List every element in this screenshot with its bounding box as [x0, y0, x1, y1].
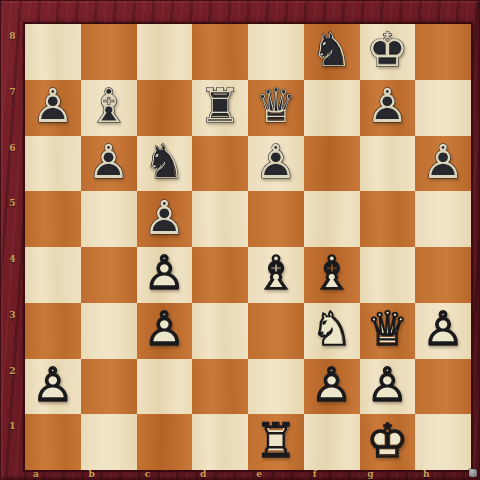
- file-label-e: e: [248, 469, 270, 479]
- square-e3[interactable]: [248, 303, 304, 359]
- square-h2[interactable]: [415, 359, 471, 415]
- square-d7[interactable]: ♜♖: [192, 80, 248, 136]
- square-g7[interactable]: ♟♙: [360, 80, 416, 136]
- square-h6[interactable]: ♟♙: [415, 136, 471, 192]
- square-b2[interactable]: [81, 359, 137, 415]
- white-bishop[interactable]: ♝♗: [248, 247, 304, 303]
- square-b5[interactable]: [81, 191, 137, 247]
- square-f7[interactable]: [304, 80, 360, 136]
- square-c8[interactable]: [137, 24, 193, 80]
- black-rook[interactable]: ♜♖: [192, 80, 248, 136]
- black-pawn[interactable]: ♟♙: [248, 136, 304, 192]
- square-e5[interactable]: [248, 191, 304, 247]
- rank-label-2: 2: [0, 366, 25, 376]
- black-knight[interactable]: ♞♘: [137, 136, 193, 192]
- black-pawn[interactable]: ♟♙: [81, 136, 137, 192]
- white-pawn[interactable]: ♟♙: [137, 303, 193, 359]
- square-e6[interactable]: ♟♙: [248, 136, 304, 192]
- black-pawn[interactable]: ♟♙: [415, 136, 471, 192]
- white-pawn[interactable]: ♟♙: [360, 359, 416, 415]
- square-f4[interactable]: ♝♗: [304, 247, 360, 303]
- white-bishop[interactable]: ♝♗: [304, 247, 360, 303]
- square-e8[interactable]: [248, 24, 304, 80]
- square-b8[interactable]: [81, 24, 137, 80]
- square-d1[interactable]: [192, 414, 248, 470]
- square-d8[interactable]: [192, 24, 248, 80]
- white-knight[interactable]: ♞♘: [304, 303, 360, 359]
- square-d3[interactable]: [192, 303, 248, 359]
- square-g2[interactable]: ♟♙: [360, 359, 416, 415]
- file-label-h: h: [415, 469, 437, 479]
- square-a7[interactable]: ♟♙: [25, 80, 81, 136]
- square-f3[interactable]: ♞♘: [304, 303, 360, 359]
- square-h1[interactable]: [415, 414, 471, 470]
- black-pawn[interactable]: ♟♙: [25, 80, 81, 136]
- square-a1[interactable]: [25, 414, 81, 470]
- square-d6[interactable]: [192, 136, 248, 192]
- file-label-f: f: [304, 469, 326, 479]
- square-a3[interactable]: [25, 303, 81, 359]
- rank-label-4: 4: [0, 254, 25, 264]
- square-b6[interactable]: ♟♙: [81, 136, 137, 192]
- square-f5[interactable]: [304, 191, 360, 247]
- square-a6[interactable]: [25, 136, 81, 192]
- black-knight[interactable]: ♞♘: [304, 24, 360, 80]
- square-h5[interactable]: [415, 191, 471, 247]
- square-e7[interactable]: ♛♕: [248, 80, 304, 136]
- square-d5[interactable]: [192, 191, 248, 247]
- square-c4[interactable]: ♟♙: [137, 247, 193, 303]
- square-a4[interactable]: [25, 247, 81, 303]
- rank-label-5: 5: [0, 198, 25, 208]
- square-b1[interactable]: [81, 414, 137, 470]
- file-label-c: c: [137, 469, 159, 479]
- board-grid: ♞♘♚♔♟♙♝♗♜♖♛♕♟♙♟♙♞♘♟♙♟♙♟♙♟♙♝♗♝♗♟♙♞♘♛♕♟♙♟♙…: [25, 24, 471, 470]
- white-queen[interactable]: ♛♕: [360, 303, 416, 359]
- square-f1[interactable]: [304, 414, 360, 470]
- file-label-a: a: [25, 469, 47, 479]
- square-h4[interactable]: [415, 247, 471, 303]
- white-pawn[interactable]: ♟♙: [25, 359, 81, 415]
- white-pawn[interactable]: ♟♙: [137, 247, 193, 303]
- rank-label-3: 3: [0, 310, 25, 320]
- square-a5[interactable]: [25, 191, 81, 247]
- square-d4[interactable]: [192, 247, 248, 303]
- square-g4[interactable]: [360, 247, 416, 303]
- square-g5[interactable]: [360, 191, 416, 247]
- file-label-b: b: [81, 469, 103, 479]
- square-g1[interactable]: ♚♔: [360, 414, 416, 470]
- square-c3[interactable]: ♟♙: [137, 303, 193, 359]
- resize-handle-icon[interactable]: [469, 469, 477, 477]
- file-label-g: g: [360, 469, 382, 479]
- square-e1[interactable]: ♜♖: [248, 414, 304, 470]
- square-e2[interactable]: [248, 359, 304, 415]
- square-h7[interactable]: [415, 80, 471, 136]
- file-label-d: d: [192, 469, 214, 479]
- square-h8[interactable]: [415, 24, 471, 80]
- square-f6[interactable]: [304, 136, 360, 192]
- square-c2[interactable]: [137, 359, 193, 415]
- black-bishop[interactable]: ♝♗: [81, 80, 137, 136]
- square-b7[interactable]: ♝♗: [81, 80, 137, 136]
- square-d2[interactable]: [192, 359, 248, 415]
- white-pawn[interactable]: ♟♙: [415, 303, 471, 359]
- black-queen[interactable]: ♛♕: [248, 80, 304, 136]
- square-f8[interactable]: ♞♘: [304, 24, 360, 80]
- square-c7[interactable]: [137, 80, 193, 136]
- square-c6[interactable]: ♞♘: [137, 136, 193, 192]
- square-g6[interactable]: [360, 136, 416, 192]
- rank-label-7: 7: [0, 87, 25, 97]
- white-king[interactable]: ♚♔: [360, 414, 416, 470]
- square-f2[interactable]: ♟♙: [304, 359, 360, 415]
- rank-label-1: 1: [0, 421, 25, 431]
- square-b4[interactable]: [81, 247, 137, 303]
- black-pawn[interactable]: ♟♙: [137, 191, 193, 247]
- square-c1[interactable]: [137, 414, 193, 470]
- square-h3[interactable]: ♟♙: [415, 303, 471, 359]
- square-b3[interactable]: [81, 303, 137, 359]
- chess-board-frame: ♞♘♚♔♟♙♝♗♜♖♛♕♟♙♟♙♞♘♟♙♟♙♟♙♟♙♝♗♝♗♟♙♞♘♛♕♟♙♟♙…: [0, 0, 480, 480]
- rank-label-8: 8: [0, 31, 25, 41]
- black-king[interactable]: ♚♔: [360, 24, 416, 80]
- white-rook[interactable]: ♜♖: [248, 414, 304, 470]
- square-e4[interactable]: ♝♗: [248, 247, 304, 303]
- square-c5[interactable]: ♟♙: [137, 191, 193, 247]
- black-pawn[interactable]: ♟♙: [360, 80, 416, 136]
- square-a8[interactable]: [25, 24, 81, 80]
- square-g3[interactable]: ♛♕: [360, 303, 416, 359]
- square-g8[interactable]: ♚♔: [360, 24, 416, 80]
- square-a2[interactable]: ♟♙: [25, 359, 81, 415]
- white-pawn[interactable]: ♟♙: [304, 359, 360, 415]
- rank-label-6: 6: [0, 143, 25, 153]
